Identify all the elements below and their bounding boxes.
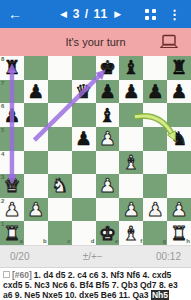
move-list[interactable]: [#60]1. d4 d5 2. c4 c6 3. Nf3 Nf6 4. cxd… (0, 268, 191, 300)
white-knight-c3[interactable]: ♞ (48, 174, 72, 198)
square-f2[interactable]: ♟ (119, 198, 143, 222)
square-h4[interactable] (167, 151, 191, 175)
overflow-menu-icon[interactable]: ⋮ (168, 8, 181, 21)
square-e2[interactable] (96, 198, 120, 222)
square-b2[interactable]: ♟ (24, 198, 48, 222)
chess-board[interactable]: 8♜♚♝♜7♟♛♟♟♟♟6♟♝5♟♟♞4♝3♛♞♟2♟♟♟♟♟1a♜bcde♚f… (0, 56, 191, 245)
square-b5[interactable] (24, 127, 48, 151)
white-bishop-f4[interactable]: ♝ (119, 151, 143, 175)
score-counter: 0/20 (10, 251, 29, 262)
black-pawn-d5[interactable]: ♟ (72, 127, 96, 151)
top-app-bar: ← ◀ 3 / 11 ▶ ⋮ (0, 0, 191, 28)
file-label-f: f (140, 238, 142, 245)
black-pawn-b7[interactable]: ♟ (24, 80, 48, 104)
square-g6[interactable] (143, 103, 167, 127)
square-b7[interactable]: ♟ (24, 80, 48, 104)
puzzle-list-grid-icon[interactable] (145, 9, 156, 20)
rank-label-4: 4 (1, 151, 4, 158)
square-f8[interactable]: ♝ (119, 56, 143, 80)
status-bar: 0/20 ±/+− 00:12 (0, 245, 191, 268)
file-label-g: g (162, 238, 166, 245)
black-pawn-e7[interactable]: ♟ (96, 80, 120, 104)
square-a1[interactable]: 1a♜ (0, 221, 24, 245)
square-h6[interactable] (167, 103, 191, 127)
white-pawn-g2[interactable]: ♟ (143, 198, 167, 222)
file-label-e: e (115, 238, 118, 245)
back-arrow-icon[interactable]: ← (0, 6, 30, 22)
square-f1[interactable]: f♝ (119, 221, 143, 245)
square-h5[interactable]: ♞ (167, 127, 191, 151)
white-pawn-e3[interactable]: ♟ (96, 174, 120, 198)
square-d8[interactable] (72, 56, 96, 80)
square-e3[interactable]: ♟ (96, 174, 120, 198)
file-label-a: a (20, 238, 23, 245)
file-label-d: d (91, 238, 95, 245)
square-g2[interactable]: ♟ (143, 198, 167, 222)
square-c5[interactable] (48, 127, 72, 151)
square-d3[interactable] (72, 174, 96, 198)
square-e4[interactable] (96, 151, 120, 175)
square-a5[interactable]: 5 (0, 127, 24, 151)
prev-puzzle-icon[interactable]: ◀ (60, 10, 67, 19)
square-f5[interactable] (119, 127, 143, 151)
square-h3[interactable] (167, 174, 191, 198)
turn-banner: It's your turn (0, 28, 191, 56)
file-label-b: b (43, 238, 47, 245)
chess-trainer-app: ← ◀ 3 / 11 ▶ ⋮ It's your turn 8♜♚♝♜7♟♛♟♟… (0, 0, 191, 300)
square-e7[interactable]: ♟ (96, 80, 120, 104)
square-d6[interactable] (72, 103, 96, 127)
square-a7[interactable]: 7 (0, 80, 24, 104)
square-e5[interactable]: ♟ (96, 127, 120, 151)
rank-label-5: 5 (1, 127, 4, 134)
square-e6[interactable]: ♝ (96, 103, 120, 127)
current-move-highlight[interactable]: Nh5 (151, 290, 169, 300)
evaluation-symbol[interactable]: ±/+− (83, 251, 103, 262)
black-bishop-e6[interactable]: ♝ (96, 103, 120, 127)
square-d1[interactable]: d (72, 221, 96, 245)
square-d4[interactable] (72, 151, 96, 175)
black-rook-h8[interactable]: ♜ (167, 56, 191, 80)
square-c3[interactable]: ♞ (48, 174, 72, 198)
rank-label-3: 3 (1, 174, 4, 181)
square-f3[interactable] (119, 174, 143, 198)
black-pawn-h7[interactable]: ♟ (167, 80, 191, 104)
square-c4[interactable] (48, 151, 72, 175)
timer: 00:12 (156, 251, 181, 262)
white-pawn-e5[interactable]: ♟ (96, 127, 120, 151)
square-c1[interactable]: c (48, 221, 72, 245)
square-b3[interactable] (24, 174, 48, 198)
square-c6[interactable] (48, 103, 72, 127)
square-d2[interactable] (72, 198, 96, 222)
square-g1[interactable]: g (143, 221, 167, 245)
rank-label-8: 8 (1, 56, 4, 63)
puzzle-counter: 3 / 11 (73, 7, 108, 21)
white-pawn-f2[interactable]: ♟ (119, 198, 143, 222)
computer-icon (159, 34, 179, 50)
square-d7[interactable]: ♛ (72, 80, 96, 104)
square-a8[interactable]: 8♜ (0, 56, 24, 80)
square-g7[interactable]: ♟ (143, 80, 167, 104)
square-h7[interactable]: ♟ (167, 80, 191, 104)
square-g5[interactable] (143, 127, 167, 151)
square-c7[interactable] (48, 80, 72, 104)
square-c8[interactable] (48, 56, 72, 80)
square-a4[interactable]: 4 (0, 151, 24, 175)
square-f6[interactable] (119, 103, 143, 127)
square-b4[interactable] (24, 151, 48, 175)
next-puzzle-icon[interactable]: ▶ (114, 10, 121, 19)
rank-label-7: 7 (1, 80, 4, 87)
black-pawn-g7[interactable]: ♟ (143, 80, 167, 104)
black-bishop-f8[interactable]: ♝ (119, 56, 143, 80)
puzzle-navigation: ◀ 3 / 11 ▶ (50, 0, 131, 28)
square-e1[interactable]: e♚ (96, 221, 120, 245)
white-pawn-h2[interactable]: ♟ (167, 198, 191, 222)
black-pawn-f7[interactable]: ♟ (119, 80, 143, 104)
square-b6[interactable] (24, 103, 48, 127)
square-f4[interactable]: ♝ (119, 151, 143, 175)
rank-label-1: 1 (1, 221, 4, 228)
square-h2[interactable]: ♟ (167, 198, 191, 222)
turn-message: It's your turn (65, 36, 125, 48)
square-g8[interactable] (143, 56, 167, 80)
square-f7[interactable]: ♟ (119, 80, 143, 104)
square-b8[interactable] (24, 56, 48, 80)
top-bar-actions: ⋮ (145, 0, 191, 28)
square-d5[interactable]: ♟ (72, 127, 96, 151)
puzzle-number: [#60] (12, 270, 32, 280)
square-c2[interactable] (48, 198, 72, 222)
square-b1[interactable]: b (24, 221, 48, 245)
square-g3[interactable] (143, 174, 167, 198)
file-label-c: c (67, 238, 70, 245)
black-knight-h5[interactable]: ♞ (167, 127, 191, 151)
square-h1[interactable]: h♜ (167, 221, 191, 245)
move-list-marker-icon (3, 271, 10, 278)
black-king-e8[interactable]: ♚ (96, 56, 120, 80)
square-e8[interactable]: ♚ (96, 56, 120, 80)
rank-label-2: 2 (1, 198, 4, 205)
square-g4[interactable] (143, 151, 167, 175)
file-label-h: h (186, 238, 190, 245)
square-a3[interactable]: 3♛ (0, 174, 24, 198)
square-a6[interactable]: 6♟ (0, 103, 24, 127)
rank-label-6: 6 (1, 103, 4, 110)
square-h8[interactable]: ♜ (167, 56, 191, 80)
white-pawn-b2[interactable]: ♟ (24, 198, 48, 222)
square-a2[interactable]: 2♟ (0, 198, 24, 222)
black-queen-d7[interactable]: ♛ (72, 80, 96, 104)
